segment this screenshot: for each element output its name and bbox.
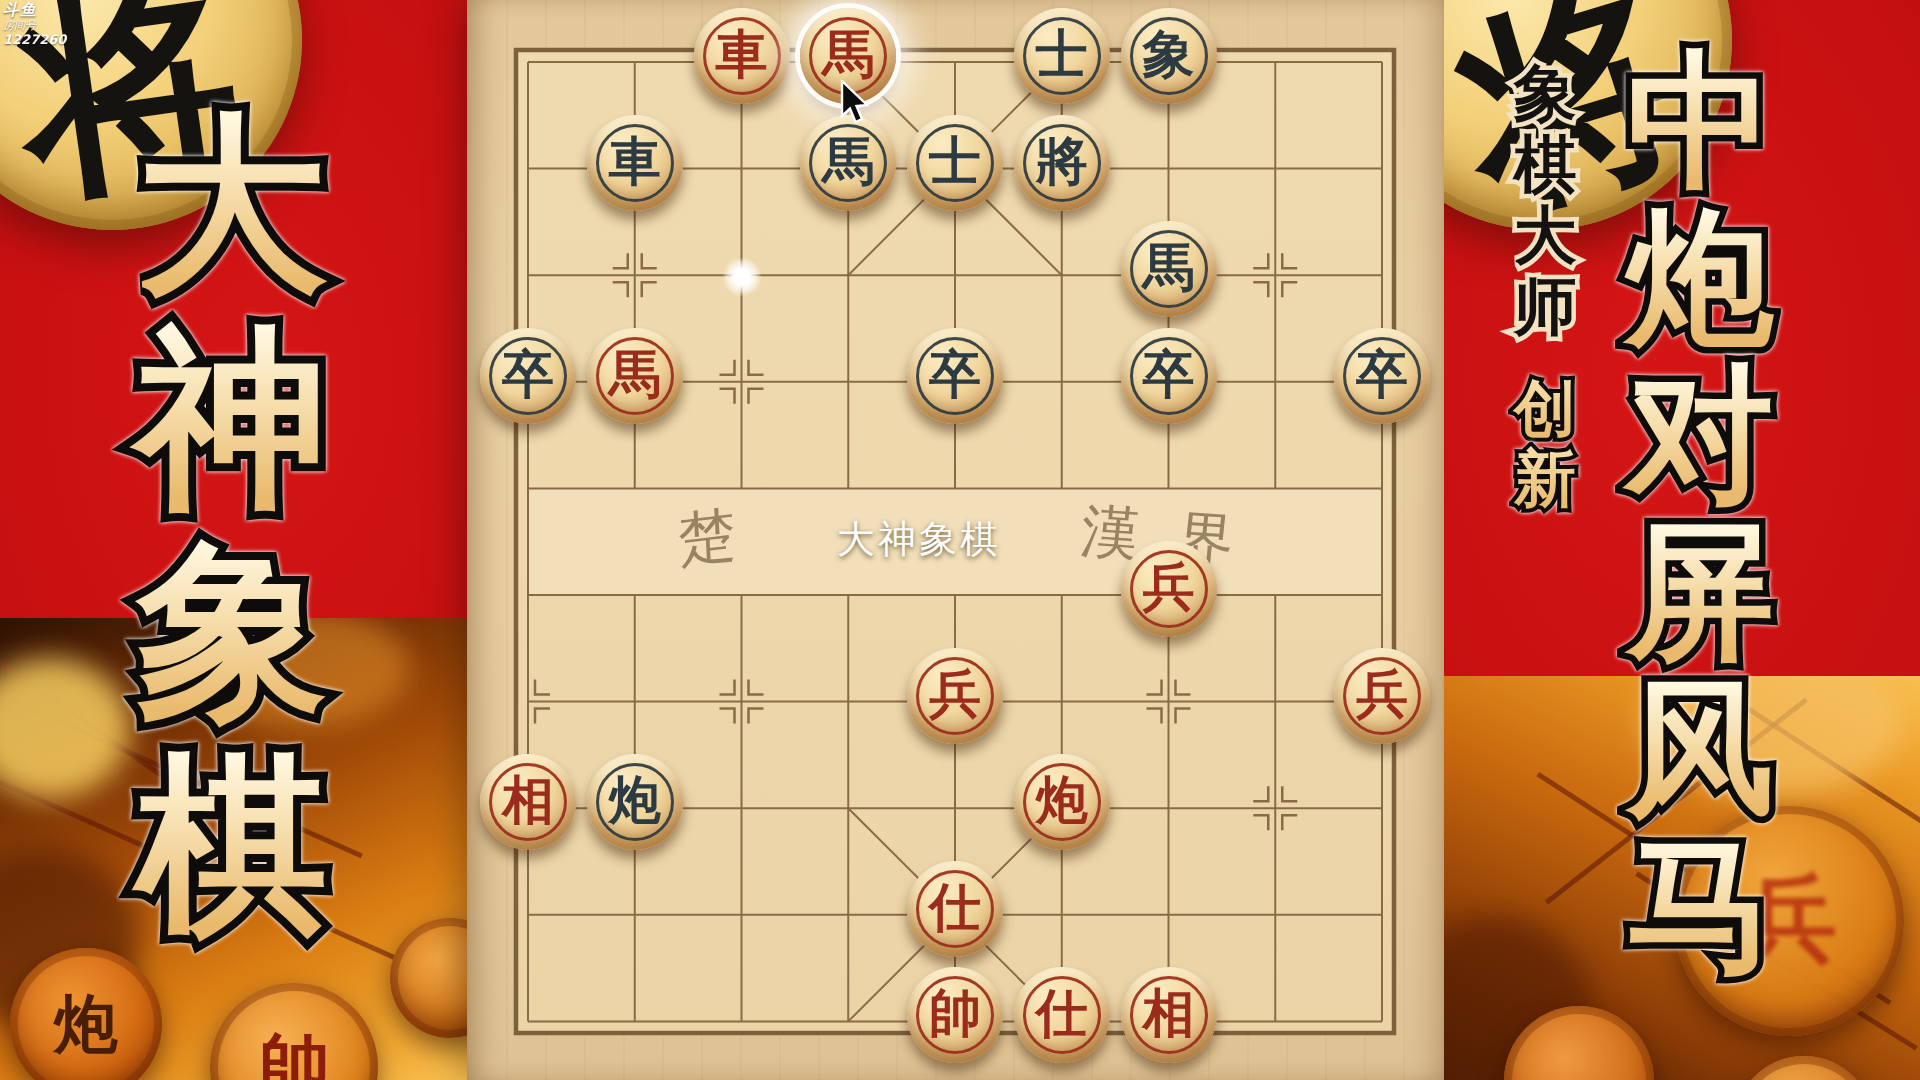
piece-red-相[interactable]: 相 — [1121, 967, 1217, 1063]
right-title-char: 中中 — [1620, 42, 1780, 199]
left-title-vertical: 大大神神象象棋棋 — [112, 98, 352, 950]
piece-red-帥[interactable]: 帥 — [907, 967, 1003, 1063]
piece-red-仕[interactable]: 仕 — [907, 861, 1003, 957]
piece-red-仕[interactable]: 仕 — [1014, 967, 1110, 1063]
piece-red-相[interactable]: 相 — [480, 754, 576, 850]
right-subtitle-char: 象象 — [1510, 58, 1580, 129]
piece-character: 馬 — [1121, 219, 1217, 315]
piece-black-馬[interactable]: 馬 — [1121, 221, 1217, 317]
piece-character: 炮 — [1014, 752, 1110, 848]
left-title-char: 大大 — [112, 98, 352, 311]
piece-character: 士 — [1014, 6, 1110, 102]
piece-red-兵[interactable]: 兵 — [1121, 541, 1217, 637]
piece-character: 士 — [907, 113, 1003, 209]
piece-black-馬[interactable]: 馬 — [800, 115, 896, 211]
left-title-char: 象象 — [112, 524, 352, 737]
right-accent-vertical: 创创新新 — [1510, 374, 1580, 514]
piece-black-卒[interactable]: 卒 — [1121, 328, 1217, 424]
right-title-char: 对对 — [1620, 356, 1780, 513]
piece-character: 相 — [480, 752, 576, 848]
piece-character: 馬 — [587, 326, 683, 422]
piece-black-炮[interactable]: 炮 — [587, 754, 683, 850]
piece-character: 相 — [1121, 965, 1217, 1061]
piece-character: 仕 — [1014, 965, 1110, 1061]
douyu-logo: 斗鱼 — [3, 1, 66, 19]
piece-black-卒[interactable]: 卒 — [907, 328, 1003, 424]
piece-character: 馬 — [800, 113, 896, 209]
piece-black-士[interactable]: 士 — [1014, 8, 1110, 104]
right-subtitle-char: 棋棋 — [1510, 129, 1580, 200]
piece-red-馬[interactable]: 馬 — [587, 328, 683, 424]
piece-red-兵[interactable]: 兵 — [907, 648, 1003, 744]
piece-character: 仕 — [907, 859, 1003, 955]
piece-black-將[interactable]: 將 — [1014, 115, 1110, 211]
room-number: 1227260 — [3, 32, 66, 48]
piece-character: 卒 — [480, 326, 576, 422]
piece-red-車[interactable]: 車 — [694, 8, 790, 104]
right-accent-char: 创创 — [1510, 374, 1580, 444]
piece-black-士[interactable]: 士 — [907, 115, 1003, 211]
piece-character: 象 — [1121, 6, 1217, 102]
screen: 炮 帥 将 大大神神象象棋棋 斗鱼 房间号 1227260 楚河 漢界 大神象棋 — [0, 0, 1920, 1080]
right-subtitle-char: 师师 — [1510, 271, 1580, 342]
piece-character: 車 — [694, 6, 790, 102]
piece-character: 帥 — [907, 965, 1003, 1061]
piece-character: 兵 — [1121, 539, 1217, 635]
right-title-char: 风风 — [1620, 670, 1780, 827]
right-subtitle-vertical: 象象棋棋大大师师 — [1510, 58, 1580, 342]
piece-character: 將 — [1014, 113, 1110, 209]
piece-character: 車 — [587, 113, 683, 209]
piece-black-象[interactable]: 象 — [1121, 8, 1217, 104]
stream-badge: 斗鱼 房间号 1227260 — [3, 1, 66, 47]
piece-character: 炮 — [587, 752, 683, 848]
piece-red-兵[interactable]: 兵 — [1334, 648, 1430, 744]
piece-black-車[interactable]: 車 — [587, 115, 683, 211]
right-accent-char: 新新 — [1510, 444, 1580, 514]
piece-character: 兵 — [1334, 646, 1430, 742]
room-label: 房间号 — [3, 19, 66, 32]
piece-character: 兵 — [907, 646, 1003, 742]
piece-character: 卒 — [1121, 326, 1217, 422]
left-title-char: 神神 — [112, 311, 352, 524]
piece-character: 卒 — [907, 326, 1003, 422]
right-subtitle-char: 大大 — [1510, 200, 1580, 271]
piece-black-卒[interactable]: 卒 — [1334, 328, 1430, 424]
right-title-char: 屏屏 — [1620, 513, 1780, 670]
right-title-char: 炮炮 — [1620, 199, 1780, 356]
right-title-char: 马马 — [1620, 827, 1780, 984]
right-title-vertical: 中中炮炮对对屏屏风风马马 — [1620, 42, 1780, 984]
piece-black-卒[interactable]: 卒 — [480, 328, 576, 424]
mouse-cursor — [840, 80, 874, 126]
piece-character: 卒 — [1334, 326, 1430, 422]
left-title-char: 棋棋 — [112, 737, 352, 950]
piece-red-炮[interactable]: 炮 — [1014, 754, 1110, 850]
